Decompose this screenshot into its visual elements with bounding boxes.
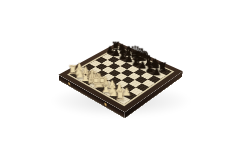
brass-clasp-icon [68, 82, 70, 86]
piece-black-pawn[interactable]: ♟ [145, 67, 170, 77]
brass-clasp-icon [105, 103, 107, 107]
product-photo: ♜♞♝♛♚♝♞♜♟♟♟♟♟♟♟♟♟♟♟♟♟♟♟♟♜♞♝♛♚♝♞♜ [0, 0, 240, 150]
board-border-line: ♜♞♝♛♚♝♞♜♟♟♟♟♟♟♟♟♟♟♟♟♟♟♟♟♜♞♝♛♚♝♞♜ [67, 46, 174, 106]
perspective-wrapper: ♜♞♝♛♚♝♞♜♟♟♟♟♟♟♟♟♟♟♟♟♟♟♟♟♜♞♝♛♚♝♞♜ [0, 0, 240, 150]
chess-board: ♜♞♝♛♚♝♞♜♟♟♟♟♟♟♟♟♟♟♟♟♟♟♟♟♜♞♝♛♚♝♞♜ [58, 42, 182, 112]
piece-white-rook[interactable]: ♜ [107, 89, 135, 102]
square-h1[interactable]: ♜ [117, 96, 131, 104]
